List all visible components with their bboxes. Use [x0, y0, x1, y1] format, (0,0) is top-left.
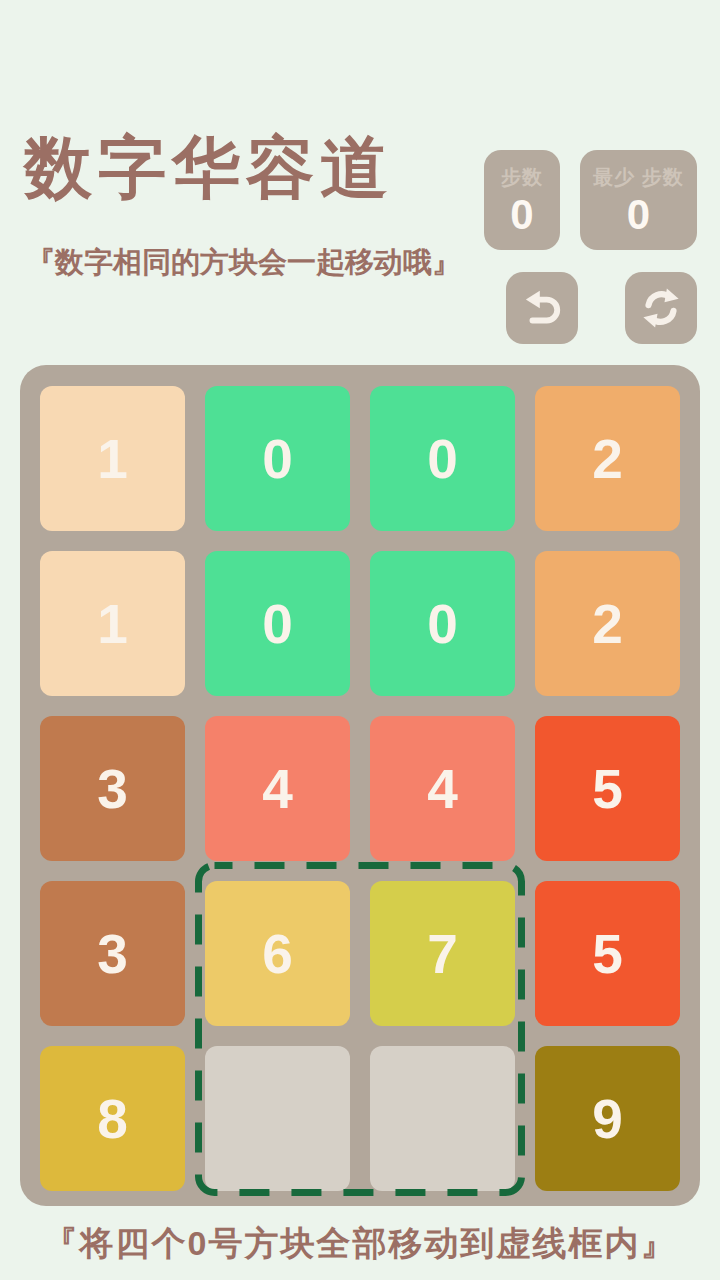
steps-counter: 步数 0 [484, 150, 560, 250]
tile-0[interactable]: 0 [205, 386, 350, 531]
steps-value: 0 [510, 194, 533, 236]
tile-4[interactable]: 4 [205, 716, 350, 861]
goal-instruction: 『将四个0号方块全部移动到虚线框内』 [0, 1221, 720, 1267]
page-title: 数字华容道 [24, 130, 394, 205]
min-steps-value: 0 [627, 194, 650, 236]
puzzle-board: 100210023445367589 [20, 365, 700, 1206]
tile-7[interactable]: 7 [370, 881, 515, 1026]
tile-8[interactable]: 8 [40, 1046, 185, 1191]
tile-2[interactable]: 2 [535, 386, 680, 531]
empty-cell [370, 1046, 515, 1191]
steps-label: 步数 [501, 164, 543, 191]
tile-0[interactable]: 0 [205, 551, 350, 696]
empty-cell [205, 1046, 350, 1191]
tile-3[interactable]: 3 [40, 881, 185, 1026]
tile-5[interactable]: 5 [535, 716, 680, 861]
tile-2[interactable]: 2 [535, 551, 680, 696]
tile-1[interactable]: 1 [40, 551, 185, 696]
tile-4[interactable]: 4 [370, 716, 515, 861]
tile-5[interactable]: 5 [535, 881, 680, 1026]
min-steps-counter: 最少 步数 0 [580, 150, 697, 250]
subtitle-hint: 『数字相同的方块会一起移动哦』 [26, 243, 461, 283]
undo-icon [520, 286, 564, 330]
min-steps-label: 最少 步数 [593, 164, 684, 191]
refresh-icon [639, 286, 683, 330]
undo-button[interactable] [506, 272, 578, 344]
tile-6[interactable]: 6 [205, 881, 350, 1026]
tile-3[interactable]: 3 [40, 716, 185, 861]
app-screen: 数字华容道 『数字相同的方块会一起移动哦』 步数 0 最少 步数 0 [0, 0, 720, 1280]
tile-0[interactable]: 0 [370, 551, 515, 696]
restart-button[interactable] [625, 272, 697, 344]
tile-1[interactable]: 1 [40, 386, 185, 531]
tile-9[interactable]: 9 [535, 1046, 680, 1191]
tile-0[interactable]: 0 [370, 386, 515, 531]
